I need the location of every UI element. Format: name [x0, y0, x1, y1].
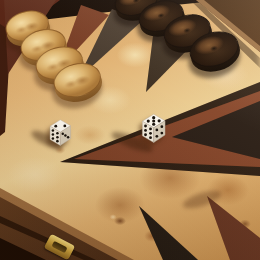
backgammon-board-photo [0, 0, 260, 260]
light-grade [0, 0, 260, 260]
